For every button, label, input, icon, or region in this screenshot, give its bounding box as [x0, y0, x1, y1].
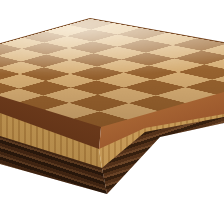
chessboard-product-photo	[0, 0, 224, 224]
photo-area	[0, 0, 224, 224]
